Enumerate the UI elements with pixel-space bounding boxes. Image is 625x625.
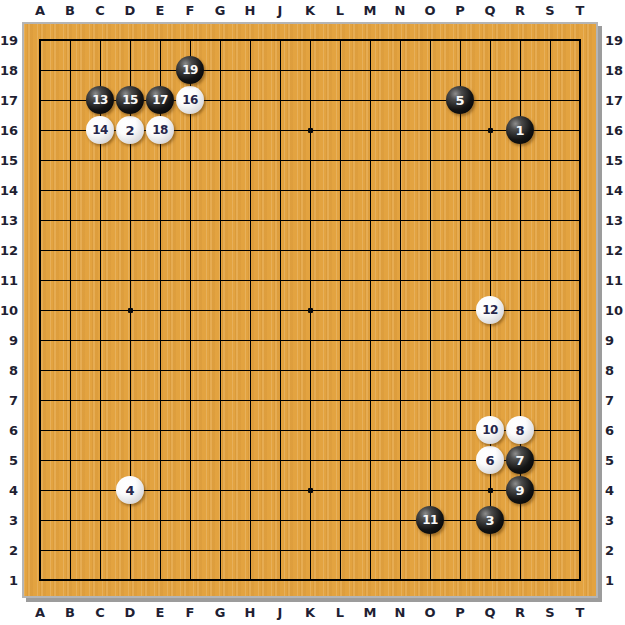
go-board[interactable]: 12345678910111213141516171819 [22,22,598,598]
stone-white-6-q5[interactable]: 6 [476,446,504,474]
stone-white-2-d16[interactable]: 2 [116,116,144,144]
row-labels-left: 19181716151413121110987654321 [0,25,20,595]
col-label-top-r: R [505,0,535,21]
row-label-right-18: 18 [602,55,625,85]
col-label-top-k: K [295,0,325,21]
col-label-top-b: B [55,0,85,21]
col-label-top-e: E [145,0,175,21]
row-label-right-3: 3 [602,505,625,535]
star-point-d10 [128,308,133,313]
stone-white-4-d4[interactable]: 4 [116,476,144,504]
col-label-bottom-g: G [205,601,235,624]
row-label-left-1: 1 [0,565,21,595]
row-label-right-13: 13 [602,205,625,235]
row-label-left-9: 9 [0,325,21,355]
col-label-bottom-b: B [55,601,85,624]
go-diagram-page: ABCDEFGHJKLMNOPQRST ABCDEFGHJKLMNOPQRST … [0,0,625,625]
stone-white-16-f17[interactable]: 16 [176,86,204,114]
row-label-right-14: 14 [602,175,625,205]
stone-black-15-d17[interactable]: 15 [116,86,144,114]
star-point-k10 [308,308,313,313]
row-label-right-1: 1 [602,565,625,595]
col-label-bottom-r: R [505,601,535,624]
row-label-left-17: 17 [0,85,21,115]
row-label-left-3: 3 [0,505,21,535]
col-label-bottom-t: T [565,601,595,624]
col-label-bottom-n: N [385,601,415,624]
stone-white-18-e16[interactable]: 18 [146,116,174,144]
col-label-bottom-f: F [175,601,205,624]
row-label-left-13: 13 [0,205,21,235]
stone-black-3-q3[interactable]: 3 [476,506,504,534]
stone-white-14-c16[interactable]: 14 [86,116,114,144]
row-label-right-10: 10 [602,295,625,325]
col-label-top-q: Q [475,0,505,21]
stone-black-19-f18[interactable]: 19 [176,56,204,84]
col-label-bottom-l: L [325,601,355,624]
col-label-top-l: L [325,0,355,21]
row-label-right-19: 19 [602,25,625,55]
row-label-left-7: 7 [0,385,21,415]
stone-black-7-r5[interactable]: 7 [506,446,534,474]
col-label-top-o: O [415,0,445,21]
stone-black-1-r16[interactable]: 1 [506,116,534,144]
col-label-top-f: F [175,0,205,21]
col-label-bottom-m: M [355,601,385,624]
row-label-left-16: 16 [0,115,21,145]
row-label-left-11: 11 [0,265,21,295]
row-label-right-9: 9 [602,325,625,355]
row-label-right-15: 15 [602,145,625,175]
row-label-left-8: 8 [0,355,21,385]
row-label-right-16: 16 [602,115,625,145]
row-label-left-4: 4 [0,475,21,505]
col-label-top-t: T [565,0,595,21]
row-label-right-8: 8 [602,355,625,385]
col-label-bottom-d: D [115,601,145,624]
star-point-k4 [308,488,313,493]
col-label-bottom-o: O [415,601,445,624]
col-label-bottom-h: H [235,601,265,624]
stone-black-9-r4[interactable]: 9 [506,476,534,504]
row-label-right-4: 4 [602,475,625,505]
row-label-left-18: 18 [0,55,21,85]
stone-white-10-q6[interactable]: 10 [476,416,504,444]
row-label-right-2: 2 [602,535,625,565]
column-labels-bottom: ABCDEFGHJKLMNOPQRST [25,601,595,624]
col-label-top-d: D [115,0,145,21]
row-labels-right: 19181716151413121110987654321 [602,25,625,595]
col-label-top-c: C [85,0,115,21]
col-label-bottom-e: E [145,601,175,624]
stone-black-5-p17[interactable]: 5 [446,86,474,114]
row-label-left-10: 10 [0,295,21,325]
stone-black-11-o3[interactable]: 11 [416,506,444,534]
star-point-q16 [488,128,493,133]
row-label-left-5: 5 [0,445,21,475]
col-label-top-p: P [445,0,475,21]
col-label-top-h: H [235,0,265,21]
row-label-left-12: 12 [0,235,21,265]
col-label-bottom-j: J [265,601,295,624]
col-label-bottom-p: P [445,601,475,624]
col-label-bottom-s: S [535,601,565,624]
row-label-right-12: 12 [602,235,625,265]
stone-white-12-q10[interactable]: 12 [476,296,504,324]
col-label-top-s: S [535,0,565,21]
column-labels-top: ABCDEFGHJKLMNOPQRST [25,0,595,21]
stone-black-13-c17[interactable]: 13 [86,86,114,114]
row-label-right-6: 6 [602,415,625,445]
col-label-top-a: A [25,0,55,21]
col-label-top-m: M [355,0,385,21]
col-label-bottom-k: K [295,601,325,624]
row-label-right-11: 11 [602,265,625,295]
row-label-left-15: 15 [0,145,21,175]
col-label-top-g: G [205,0,235,21]
star-point-k16 [308,128,313,133]
row-label-right-7: 7 [602,385,625,415]
stones-layer: 12345678910111213141516171819 [25,25,595,595]
col-label-top-n: N [385,0,415,21]
stone-white-8-r6[interactable]: 8 [506,416,534,444]
col-label-bottom-a: A [25,601,55,624]
star-point-q4 [488,488,493,493]
row-label-right-17: 17 [602,85,625,115]
col-label-top-j: J [265,0,295,21]
row-label-left-2: 2 [0,535,21,565]
row-label-right-5: 5 [602,445,625,475]
col-label-bottom-q: Q [475,601,505,624]
row-label-left-14: 14 [0,175,21,205]
row-label-left-6: 6 [0,415,21,445]
col-label-bottom-c: C [85,601,115,624]
stone-black-17-e17[interactable]: 17 [146,86,174,114]
row-label-left-19: 19 [0,25,21,55]
